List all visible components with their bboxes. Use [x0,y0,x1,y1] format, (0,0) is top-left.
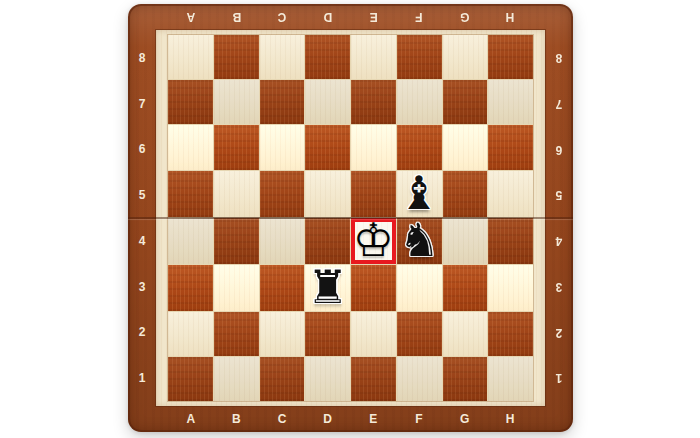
square-d6[interactable] [305,125,350,169]
file-label-c: C [259,406,305,432]
rank-label-5: 5 [545,172,573,218]
square-c2[interactable] [260,312,305,356]
square-c3[interactable] [260,265,305,311]
square-g8[interactable] [443,35,488,79]
square-d5[interactable] [305,171,350,217]
file-label-a: A [168,4,214,30]
rank-label-7: 7 [128,81,156,127]
square-e1[interactable] [351,357,396,401]
white-king[interactable]: ♔ [353,217,394,263]
square-g6[interactable] [443,125,488,169]
square-b1[interactable] [214,357,259,401]
board-fold-seam [128,217,573,219]
square-b2[interactable] [214,312,259,356]
square-h8[interactable] [488,35,533,79]
square-a2[interactable] [168,312,213,356]
file-label-g: G [442,4,488,30]
square-f5[interactable]: ♝ [397,171,442,217]
rank-label-8: 8 [128,35,156,81]
square-c6[interactable] [260,125,305,169]
file-label-h: H [487,406,533,432]
square-c1[interactable] [260,357,305,401]
page-background: { "game": "chess", "position": { "fen": … [0,0,700,438]
square-e8[interactable] [351,35,396,79]
square-e5[interactable] [351,171,396,217]
square-f4[interactable]: ♞ [397,218,442,264]
chess-board: ABCDEFGH ABCDEFGH 87654321 87654321 ♝♔♞♜ [128,4,573,432]
square-h7[interactable] [488,80,533,124]
rank-label-2: 2 [128,310,156,356]
square-h2[interactable] [488,312,533,356]
square-c8[interactable] [260,35,305,79]
file-label-b: B [214,4,260,30]
file-label-c: C [259,4,305,30]
square-g3[interactable] [443,265,488,311]
square-d3[interactable]: ♜ [305,265,350,311]
square-a8[interactable] [168,35,213,79]
square-a5[interactable] [168,171,213,217]
square-e6[interactable] [351,125,396,169]
square-f2[interactable] [397,312,442,356]
square-e2[interactable] [351,312,396,356]
square-e4[interactable]: ♔ [351,218,396,264]
file-label-g: G [442,406,488,432]
square-f1[interactable] [397,357,442,401]
square-d4[interactable] [305,218,350,264]
rank-label-7: 7 [545,81,573,127]
square-a6[interactable] [168,125,213,169]
rank-label-1: 1 [545,355,573,401]
file-label-d: D [305,406,351,432]
square-f8[interactable] [397,35,442,79]
square-b3[interactable] [214,265,259,311]
square-c5[interactable] [260,171,305,217]
square-a3[interactable] [168,265,213,311]
square-g2[interactable] [443,312,488,356]
square-g5[interactable] [443,171,488,217]
square-b4[interactable] [214,218,259,264]
square-c4[interactable] [260,218,305,264]
rank-label-3: 3 [545,264,573,310]
square-e3[interactable] [351,265,396,311]
square-e7[interactable] [351,80,396,124]
square-d2[interactable] [305,312,350,356]
file-label-d: D [305,4,351,30]
square-g1[interactable] [443,357,488,401]
square-d1[interactable] [305,357,350,401]
square-a4[interactable] [168,218,213,264]
square-c7[interactable] [260,80,305,124]
file-labels-top: ABCDEFGH [168,4,533,30]
square-a1[interactable] [168,357,213,401]
file-label-h: H [487,4,533,30]
rank-label-2: 2 [545,310,573,356]
file-labels-bottom: ABCDEFGH [168,406,533,432]
rank-label-4: 4 [128,218,156,264]
square-h5[interactable] [488,171,533,217]
square-f6[interactable] [397,125,442,169]
file-label-b: B [214,406,260,432]
square-h4[interactable] [488,218,533,264]
square-d8[interactable] [305,35,350,79]
square-d7[interactable] [305,80,350,124]
square-b6[interactable] [214,125,259,169]
file-label-a: A [168,406,214,432]
square-h6[interactable] [488,125,533,169]
rank-label-6: 6 [128,127,156,173]
square-a7[interactable] [168,80,213,124]
square-b5[interactable] [214,171,259,217]
rank-label-8: 8 [545,35,573,81]
rank-label-4: 4 [545,218,573,264]
square-f7[interactable] [397,80,442,124]
black-knight[interactable]: ♞ [399,217,440,263]
square-b7[interactable] [214,80,259,124]
black-rook[interactable]: ♜ [307,264,348,310]
file-label-e: E [351,406,397,432]
square-g4[interactable] [443,218,488,264]
square-h1[interactable] [488,357,533,401]
file-label-f: F [396,4,442,30]
square-b8[interactable] [214,35,259,79]
square-h3[interactable] [488,265,533,311]
file-label-f: F [396,406,442,432]
file-label-e: E [351,4,397,30]
rank-label-3: 3 [128,264,156,310]
rank-label-5: 5 [128,172,156,218]
black-bishop[interactable]: ♝ [399,170,440,216]
rank-label-1: 1 [128,355,156,401]
square-g7[interactable] [443,80,488,124]
rank-label-6: 6 [545,127,573,173]
square-f3[interactable] [397,265,442,311]
